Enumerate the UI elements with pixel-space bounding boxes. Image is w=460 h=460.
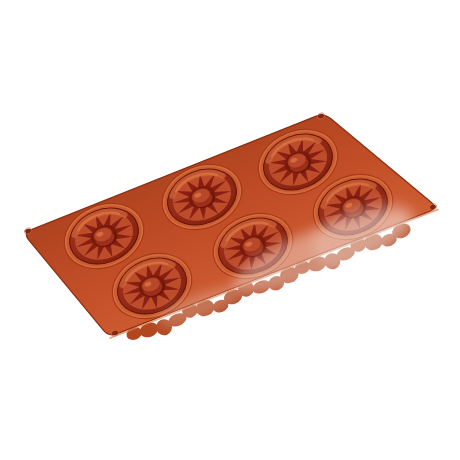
product-photo: Six-cavity terracotta silicone mini kuge… bbox=[0, 0, 460, 460]
silicone-bundt-mould-illustration bbox=[0, 0, 460, 460]
